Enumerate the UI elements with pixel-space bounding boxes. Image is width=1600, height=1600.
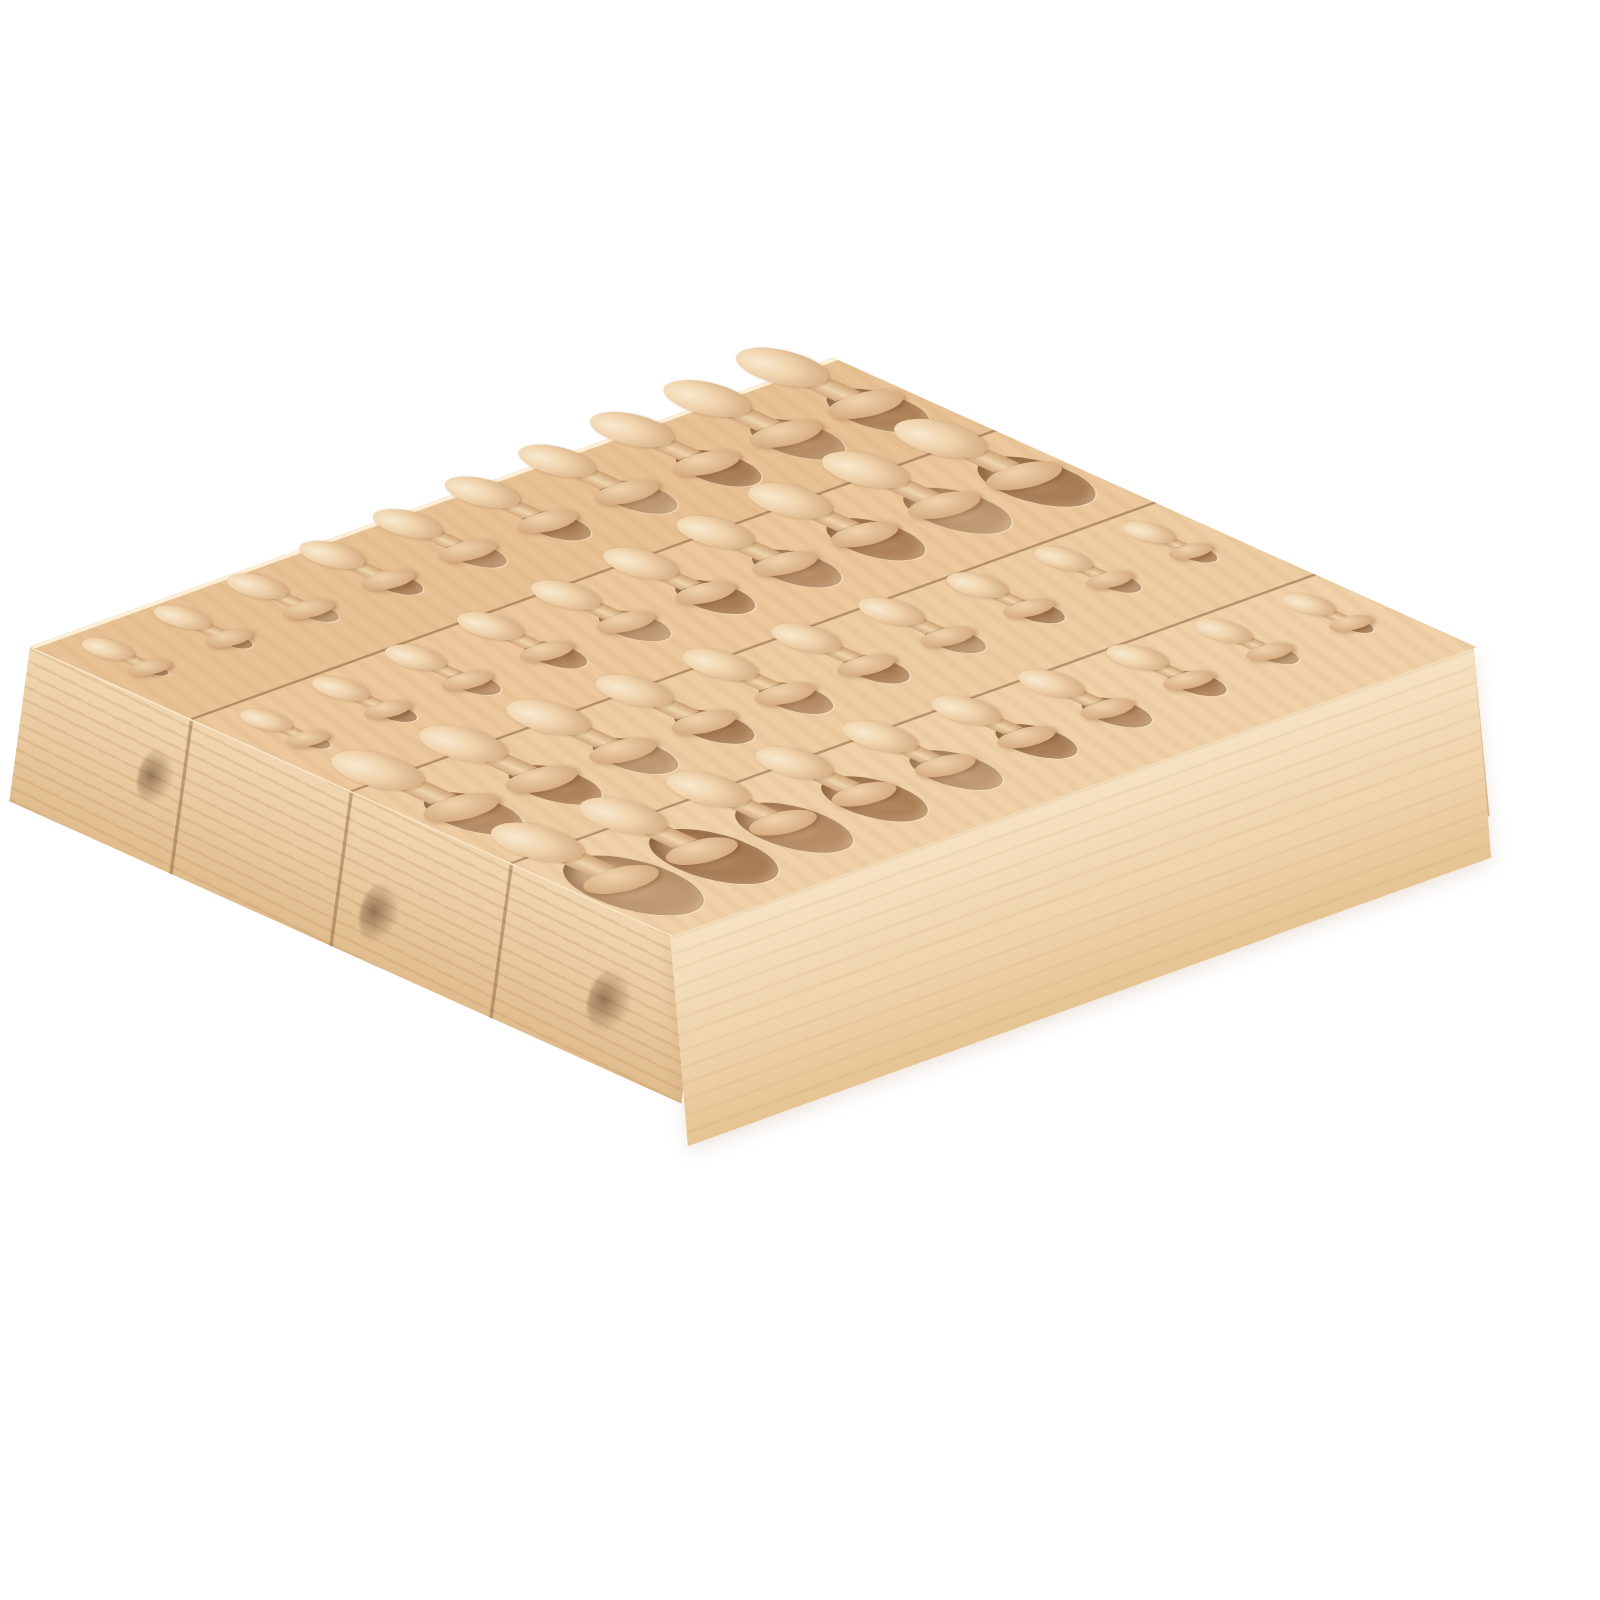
block-end-seam [169, 720, 193, 874]
block-end-seam [489, 864, 513, 1018]
block-end-seam [329, 792, 353, 946]
product-photo-montessori-cylinder-blocks [0, 0, 1600, 1600]
